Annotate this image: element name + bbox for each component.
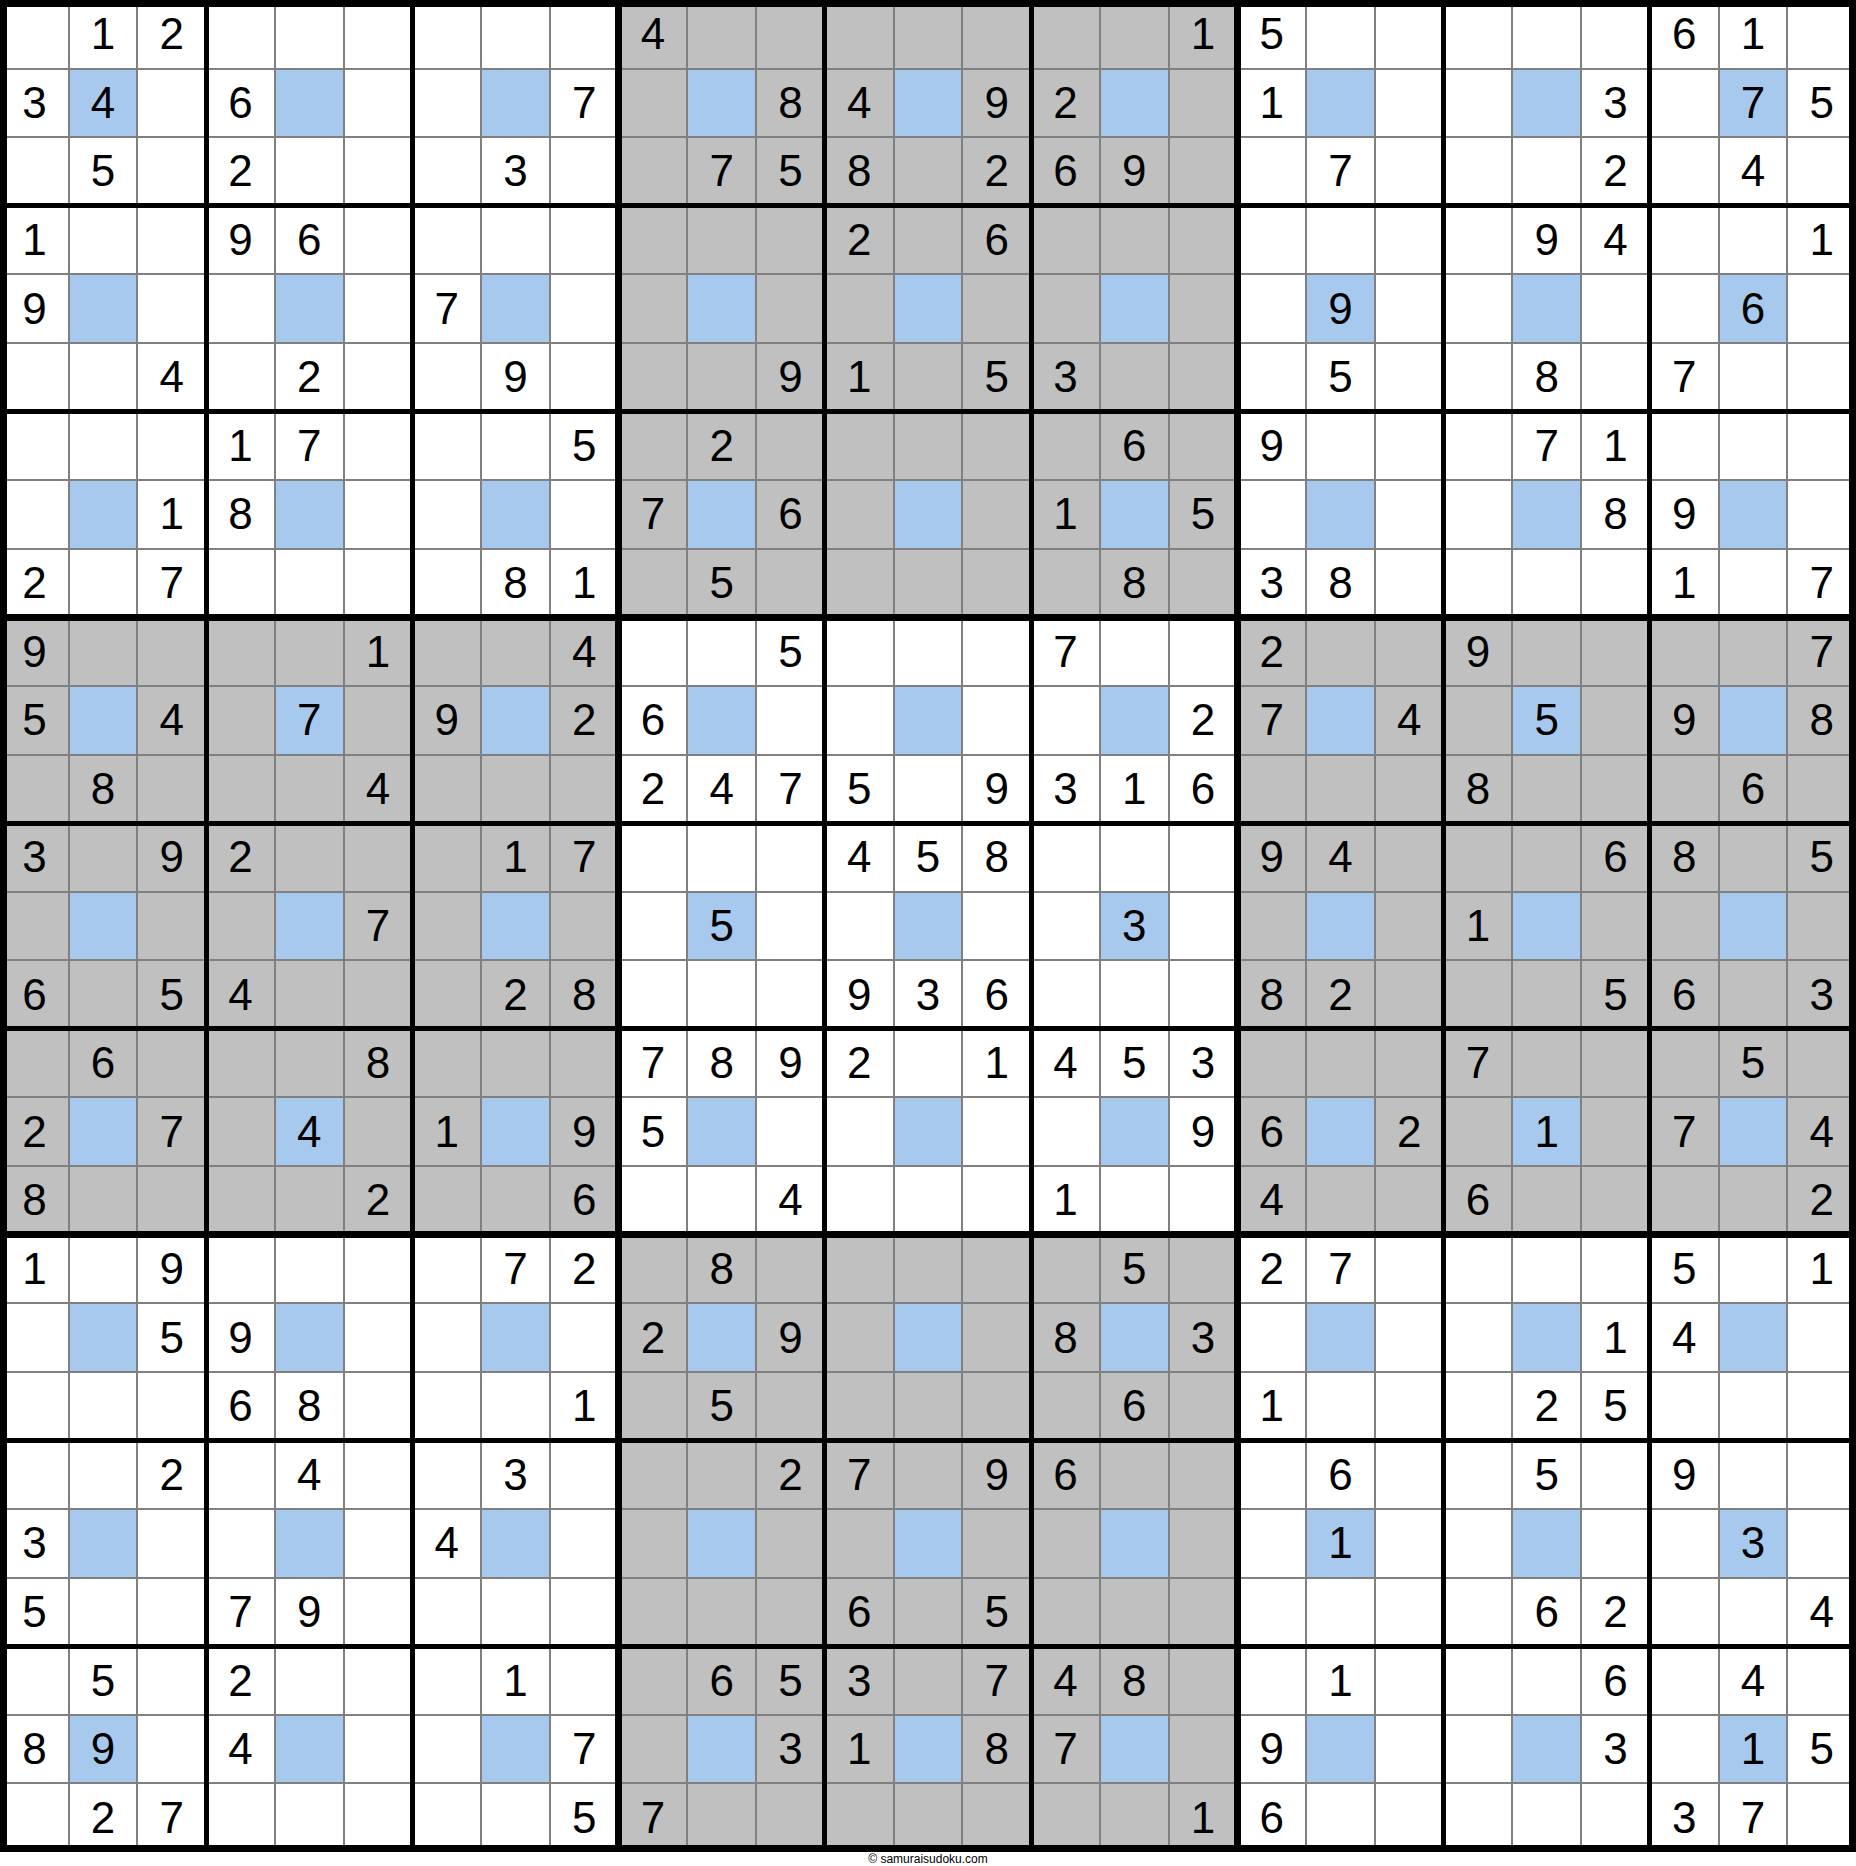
cell-r22c17[interactable] (1169, 1509, 1238, 1578)
cell-r17c26[interactable]: 2 (1787, 1166, 1856, 1235)
cell-r26c21[interactable] (1444, 1783, 1513, 1852)
cell-r12c5[interactable] (344, 823, 413, 892)
cell-r19c8[interactable] (550, 1303, 619, 1372)
cell-r12c14[interactable]: 8 (962, 823, 1031, 892)
cell-r18c6[interactable] (412, 1235, 481, 1304)
cell-r23c18[interactable] (1237, 1578, 1306, 1647)
cell-r15c16[interactable]: 5 (1100, 1029, 1169, 1098)
cell-r23c2[interactable] (137, 1578, 206, 1647)
cell-r26c10[interactable] (687, 1783, 756, 1852)
cell-r6c14[interactable] (962, 412, 1031, 481)
cell-r7c16[interactable] (1100, 480, 1169, 549)
cell-r4c18[interactable] (1237, 274, 1306, 343)
cell-r6c7[interactable] (481, 412, 550, 481)
cell-r24c17[interactable] (1169, 1646, 1238, 1715)
cell-r24c14[interactable]: 7 (962, 1646, 1031, 1715)
cell-r21c19[interactable]: 6 (1306, 1440, 1375, 1509)
cell-r12c19[interactable]: 4 (1306, 823, 1375, 892)
cell-r26c24[interactable]: 3 (1650, 1783, 1719, 1852)
cell-r21c12[interactable]: 7 (825, 1440, 894, 1509)
cell-r24c1[interactable]: 5 (69, 1646, 138, 1715)
cell-r22c2[interactable] (137, 1509, 206, 1578)
cell-r17c24[interactable] (1650, 1166, 1719, 1235)
cell-r16c16[interactable] (1100, 1097, 1169, 1166)
cell-r1c10[interactable] (687, 69, 756, 138)
cell-r11c14[interactable]: 9 (962, 755, 1031, 824)
cell-r7c2[interactable]: 1 (137, 480, 206, 549)
cell-r12c21[interactable] (1444, 823, 1513, 892)
cell-r25c6[interactable] (412, 1715, 481, 1784)
cell-r22c13[interactable] (894, 1509, 963, 1578)
cell-r19c10[interactable] (687, 1303, 756, 1372)
cell-r14c21[interactable] (1444, 960, 1513, 1029)
cell-r25c7[interactable] (481, 1715, 550, 1784)
cell-r13c25[interactable] (1719, 892, 1788, 961)
cell-r8c17[interactable] (1169, 549, 1238, 618)
cell-r5c17[interactable] (1169, 343, 1238, 412)
cell-r23c1[interactable] (69, 1578, 138, 1647)
cell-r0c6[interactable] (412, 0, 481, 69)
cell-r9c18[interactable]: 2 (1237, 617, 1306, 686)
cell-r12c2[interactable]: 9 (137, 823, 206, 892)
cell-r16c21[interactable] (1444, 1097, 1513, 1166)
cell-r18c5[interactable] (344, 1235, 413, 1304)
cell-r3c1[interactable] (69, 206, 138, 275)
cell-r23c16[interactable] (1100, 1578, 1169, 1647)
cell-r21c9[interactable] (619, 1440, 688, 1509)
cell-r24c22[interactable] (1512, 1646, 1581, 1715)
cell-r24c4[interactable] (275, 1646, 344, 1715)
cell-r25c1[interactable]: 9 (69, 1715, 138, 1784)
cell-r8c24[interactable]: 1 (1650, 549, 1719, 618)
cell-r26c20[interactable] (1375, 1783, 1444, 1852)
cell-r11c7[interactable] (481, 755, 550, 824)
cell-r18c15[interactable] (1031, 1235, 1100, 1304)
cell-r8c2[interactable]: 7 (137, 549, 206, 618)
cell-r2c12[interactable]: 8 (825, 137, 894, 206)
cell-r5c10[interactable] (687, 343, 756, 412)
cell-r20c13[interactable] (894, 1372, 963, 1441)
cell-r11c22[interactable] (1512, 755, 1581, 824)
cell-r22c1[interactable] (69, 1509, 138, 1578)
cell-r19c15[interactable]: 8 (1031, 1303, 1100, 1372)
cell-r24c12[interactable]: 3 (825, 1646, 894, 1715)
cell-r6c26[interactable] (1787, 412, 1856, 481)
cell-r26c1[interactable]: 2 (69, 1783, 138, 1852)
cell-r23c22[interactable]: 6 (1512, 1578, 1581, 1647)
cell-r4c9[interactable] (619, 274, 688, 343)
cell-r23c3[interactable]: 7 (206, 1578, 275, 1647)
cell-r10c0[interactable]: 5 (0, 686, 69, 755)
cell-r2c14[interactable]: 2 (962, 137, 1031, 206)
cell-r3c11[interactable] (756, 206, 825, 275)
cell-r0c1[interactable]: 1 (69, 0, 138, 69)
cell-r15c25[interactable]: 5 (1719, 1029, 1788, 1098)
cell-r8c16[interactable]: 8 (1100, 549, 1169, 618)
cell-r9c14[interactable] (962, 617, 1031, 686)
cell-r24c8[interactable] (550, 1646, 619, 1715)
cell-r5c19[interactable]: 5 (1306, 343, 1375, 412)
cell-r12c9[interactable] (619, 823, 688, 892)
cell-r3c12[interactable]: 2 (825, 206, 894, 275)
cell-r9c10[interactable] (687, 617, 756, 686)
cell-r2c24[interactable] (1650, 137, 1719, 206)
cell-r13c20[interactable] (1375, 892, 1444, 961)
cell-r2c7[interactable]: 3 (481, 137, 550, 206)
cell-r0c14[interactable] (962, 0, 1031, 69)
cell-r24c26[interactable] (1787, 1646, 1856, 1715)
cell-r2c1[interactable]: 5 (69, 137, 138, 206)
cell-r26c17[interactable]: 1 (1169, 1783, 1238, 1852)
cell-r1c25[interactable]: 7 (1719, 69, 1788, 138)
cell-r11c21[interactable]: 8 (1444, 755, 1513, 824)
cell-r5c21[interactable] (1444, 343, 1513, 412)
cell-r25c5[interactable] (344, 1715, 413, 1784)
cell-r16c4[interactable]: 4 (275, 1097, 344, 1166)
cell-r3c3[interactable]: 9 (206, 206, 275, 275)
cell-r24c19[interactable]: 1 (1306, 1646, 1375, 1715)
cell-r24c16[interactable]: 8 (1100, 1646, 1169, 1715)
cell-r18c2[interactable]: 9 (137, 1235, 206, 1304)
cell-r15c19[interactable] (1306, 1029, 1375, 1098)
cell-r16c26[interactable]: 4 (1787, 1097, 1856, 1166)
cell-r19c26[interactable] (1787, 1303, 1856, 1372)
cell-r7c0[interactable] (0, 480, 69, 549)
cell-r15c14[interactable]: 1 (962, 1029, 1031, 1098)
cell-r2c16[interactable]: 9 (1100, 137, 1169, 206)
cell-r25c18[interactable]: 9 (1237, 1715, 1306, 1784)
cell-r23c17[interactable] (1169, 1578, 1238, 1647)
cell-r18c13[interactable] (894, 1235, 963, 1304)
cell-r22c15[interactable] (1031, 1509, 1100, 1578)
cell-r17c7[interactable] (481, 1166, 550, 1235)
cell-r19c1[interactable] (69, 1303, 138, 1372)
cell-r9c9[interactable] (619, 617, 688, 686)
cell-r14c26[interactable]: 3 (1787, 960, 1856, 1029)
cell-r2c5[interactable] (344, 137, 413, 206)
cell-r20c26[interactable] (1787, 1372, 1856, 1441)
cell-r22c4[interactable] (275, 1509, 344, 1578)
cell-r17c16[interactable] (1100, 1166, 1169, 1235)
cell-r16c11[interactable] (756, 1097, 825, 1166)
cell-r17c13[interactable] (894, 1166, 963, 1235)
cell-r19c21[interactable] (1444, 1303, 1513, 1372)
cell-r1c6[interactable] (412, 69, 481, 138)
cell-r11c13[interactable] (894, 755, 963, 824)
cell-r0c25[interactable]: 1 (1719, 0, 1788, 69)
cell-r21c22[interactable]: 5 (1512, 1440, 1581, 1509)
cell-r23c24[interactable] (1650, 1578, 1719, 1647)
cell-r8c20[interactable] (1375, 549, 1444, 618)
cell-r22c14[interactable] (962, 1509, 1031, 1578)
cell-r8c9[interactable] (619, 549, 688, 618)
cell-r16c14[interactable] (962, 1097, 1031, 1166)
cell-r23c13[interactable] (894, 1578, 963, 1647)
cell-r3c8[interactable] (550, 206, 619, 275)
cell-r9c24[interactable] (1650, 617, 1719, 686)
cell-r2c11[interactable]: 5 (756, 137, 825, 206)
cell-r5c2[interactable]: 4 (137, 343, 206, 412)
cell-r4c26[interactable] (1787, 274, 1856, 343)
cell-r14c4[interactable] (275, 960, 344, 1029)
cell-r18c25[interactable] (1719, 1235, 1788, 1304)
cell-r6c19[interactable] (1306, 412, 1375, 481)
cell-r8c7[interactable]: 8 (481, 549, 550, 618)
cell-r12c4[interactable] (275, 823, 344, 892)
cell-r14c11[interactable] (756, 960, 825, 1029)
cell-r10c26[interactable]: 8 (1787, 686, 1856, 755)
cell-r3c21[interactable] (1444, 206, 1513, 275)
cell-r13c1[interactable] (69, 892, 138, 961)
cell-r8c22[interactable] (1512, 549, 1581, 618)
cell-r19c2[interactable]: 5 (137, 1303, 206, 1372)
cell-r13c5[interactable]: 7 (344, 892, 413, 961)
cell-r26c2[interactable]: 7 (137, 1783, 206, 1852)
cell-r24c24[interactable] (1650, 1646, 1719, 1715)
cell-r8c0[interactable]: 2 (0, 549, 69, 618)
cell-r22c9[interactable] (619, 1509, 688, 1578)
cell-r12c7[interactable]: 1 (481, 823, 550, 892)
cell-r26c7[interactable] (481, 1783, 550, 1852)
cell-r24c25[interactable]: 4 (1719, 1646, 1788, 1715)
cell-r5c12[interactable]: 1 (825, 343, 894, 412)
cell-r7c15[interactable]: 1 (1031, 480, 1100, 549)
cell-r6c12[interactable] (825, 412, 894, 481)
cell-r1c23[interactable]: 3 (1581, 69, 1650, 138)
cell-r2c10[interactable]: 7 (687, 137, 756, 206)
cell-r2c26[interactable] (1787, 137, 1856, 206)
cell-r3c23[interactable]: 4 (1581, 206, 1650, 275)
cell-r10c21[interactable] (1444, 686, 1513, 755)
cell-r3c18[interactable] (1237, 206, 1306, 275)
cell-r3c16[interactable] (1100, 206, 1169, 275)
cell-r21c21[interactable] (1444, 1440, 1513, 1509)
cell-r17c3[interactable] (206, 1166, 275, 1235)
cell-r15c5[interactable]: 8 (344, 1029, 413, 1098)
cell-r5c22[interactable]: 8 (1512, 343, 1581, 412)
cell-r18c24[interactable]: 5 (1650, 1235, 1719, 1304)
cell-r11c24[interactable] (1650, 755, 1719, 824)
cell-r9c0[interactable]: 9 (0, 617, 69, 686)
cell-r4c13[interactable] (894, 274, 963, 343)
cell-r17c20[interactable] (1375, 1166, 1444, 1235)
cell-r3c13[interactable] (894, 206, 963, 275)
cell-r8c14[interactable] (962, 549, 1031, 618)
cell-r18c26[interactable]: 1 (1787, 1235, 1856, 1304)
cell-r19c16[interactable] (1100, 1303, 1169, 1372)
cell-r16c15[interactable] (1031, 1097, 1100, 1166)
cell-r1c26[interactable]: 5 (1787, 69, 1856, 138)
cell-r6c6[interactable] (412, 412, 481, 481)
cell-r4c10[interactable] (687, 274, 756, 343)
cell-r19c5[interactable] (344, 1303, 413, 1372)
cell-r0c2[interactable]: 2 (137, 0, 206, 69)
cell-r6c0[interactable] (0, 412, 69, 481)
cell-r5c25[interactable] (1719, 343, 1788, 412)
cell-r6c2[interactable] (137, 412, 206, 481)
cell-r23c11[interactable] (756, 1578, 825, 1647)
cell-r17c18[interactable]: 4 (1237, 1166, 1306, 1235)
cell-r18c22[interactable] (1512, 1235, 1581, 1304)
cell-r8c6[interactable] (412, 549, 481, 618)
cell-r10c8[interactable]: 2 (550, 686, 619, 755)
cell-r16c17[interactable]: 9 (1169, 1097, 1238, 1166)
cell-r7c1[interactable] (69, 480, 138, 549)
cell-r20c19[interactable] (1306, 1372, 1375, 1441)
cell-r2c18[interactable] (1237, 137, 1306, 206)
cell-r2c4[interactable] (275, 137, 344, 206)
cell-r1c12[interactable]: 4 (825, 69, 894, 138)
cell-r12c6[interactable] (412, 823, 481, 892)
cell-r18c18[interactable]: 2 (1237, 1235, 1306, 1304)
cell-r22c16[interactable] (1100, 1509, 1169, 1578)
cell-r10c9[interactable]: 6 (619, 686, 688, 755)
cell-r9c2[interactable] (137, 617, 206, 686)
cell-r7c9[interactable]: 7 (619, 480, 688, 549)
cell-r26c11[interactable] (756, 1783, 825, 1852)
cell-r4c15[interactable] (1031, 274, 1100, 343)
cell-r21c17[interactable] (1169, 1440, 1238, 1509)
cell-r26c22[interactable] (1512, 1783, 1581, 1852)
cell-r22c3[interactable] (206, 1509, 275, 1578)
cell-r0c10[interactable] (687, 0, 756, 69)
cell-r7c10[interactable] (687, 480, 756, 549)
cell-r10c11[interactable] (756, 686, 825, 755)
cell-r22c23[interactable] (1581, 1509, 1650, 1578)
cell-r15c23[interactable] (1581, 1029, 1650, 1098)
cell-r19c20[interactable] (1375, 1303, 1444, 1372)
cell-r10c5[interactable] (344, 686, 413, 755)
cell-r7c7[interactable] (481, 480, 550, 549)
cell-r21c6[interactable] (412, 1440, 481, 1509)
cell-r11c1[interactable]: 8 (69, 755, 138, 824)
cell-r17c5[interactable]: 2 (344, 1166, 413, 1235)
cell-r11c0[interactable] (0, 755, 69, 824)
cell-r12c8[interactable]: 7 (550, 823, 619, 892)
cell-r11c6[interactable] (412, 755, 481, 824)
cell-r11c11[interactable]: 7 (756, 755, 825, 824)
cell-r20c0[interactable] (0, 1372, 69, 1441)
cell-r17c6[interactable] (412, 1166, 481, 1235)
cell-r3c15[interactable] (1031, 206, 1100, 275)
cell-r4c21[interactable] (1444, 274, 1513, 343)
cell-r12c24[interactable]: 8 (1650, 823, 1719, 892)
cell-r6c18[interactable]: 9 (1237, 412, 1306, 481)
cell-r20c7[interactable] (481, 1372, 550, 1441)
cell-r15c18[interactable] (1237, 1029, 1306, 1098)
cell-r0c16[interactable] (1100, 0, 1169, 69)
cell-r4c19[interactable]: 9 (1306, 274, 1375, 343)
cell-r24c11[interactable]: 5 (756, 1646, 825, 1715)
cell-r20c10[interactable]: 5 (687, 1372, 756, 1441)
cell-r17c17[interactable] (1169, 1166, 1238, 1235)
cell-r8c21[interactable] (1444, 549, 1513, 618)
cell-r19c9[interactable]: 2 (619, 1303, 688, 1372)
cell-r21c3[interactable] (206, 1440, 275, 1509)
cell-r24c10[interactable]: 6 (687, 1646, 756, 1715)
cell-r4c24[interactable] (1650, 274, 1719, 343)
cell-r22c5[interactable] (344, 1509, 413, 1578)
cell-r18c14[interactable] (962, 1235, 1031, 1304)
cell-r21c23[interactable] (1581, 1440, 1650, 1509)
cell-r25c21[interactable] (1444, 1715, 1513, 1784)
cell-r17c1[interactable] (69, 1166, 138, 1235)
cell-r21c11[interactable]: 2 (756, 1440, 825, 1509)
cell-r11c25[interactable]: 6 (1719, 755, 1788, 824)
cell-r13c24[interactable] (1650, 892, 1719, 961)
cell-r7c13[interactable] (894, 480, 963, 549)
cell-r2c0[interactable] (0, 137, 69, 206)
cell-r11c23[interactable] (1581, 755, 1650, 824)
cell-r5c14[interactable]: 5 (962, 343, 1031, 412)
cell-r5c23[interactable] (1581, 343, 1650, 412)
cell-r25c10[interactable] (687, 1715, 756, 1784)
cell-r26c13[interactable] (894, 1783, 963, 1852)
cell-r0c21[interactable] (1444, 0, 1513, 69)
cell-r24c5[interactable] (344, 1646, 413, 1715)
cell-r26c8[interactable]: 5 (550, 1783, 619, 1852)
cell-r25c9[interactable] (619, 1715, 688, 1784)
cell-r19c19[interactable] (1306, 1303, 1375, 1372)
cell-r24c2[interactable] (137, 1646, 206, 1715)
cell-r13c12[interactable] (825, 892, 894, 961)
cell-r14c0[interactable]: 6 (0, 960, 69, 1029)
cell-r3c24[interactable] (1650, 206, 1719, 275)
cell-r10c3[interactable] (206, 686, 275, 755)
cell-r18c3[interactable] (206, 1235, 275, 1304)
cell-r6c5[interactable] (344, 412, 413, 481)
cell-r21c24[interactable]: 9 (1650, 1440, 1719, 1509)
cell-r20c8[interactable]: 1 (550, 1372, 619, 1441)
cell-r6c8[interactable]: 5 (550, 412, 619, 481)
cell-r22c18[interactable] (1237, 1509, 1306, 1578)
cell-r26c19[interactable] (1306, 1783, 1375, 1852)
cell-r21c14[interactable]: 9 (962, 1440, 1031, 1509)
cell-r25c23[interactable]: 3 (1581, 1715, 1650, 1784)
cell-r11c18[interactable] (1237, 755, 1306, 824)
cell-r6c24[interactable] (1650, 412, 1719, 481)
cell-r9c16[interactable] (1100, 617, 1169, 686)
cell-r0c11[interactable] (756, 0, 825, 69)
cell-r4c0[interactable]: 9 (0, 274, 69, 343)
cell-r1c2[interactable] (137, 69, 206, 138)
cell-r0c22[interactable] (1512, 0, 1581, 69)
cell-r21c16[interactable] (1100, 1440, 1169, 1509)
cell-r4c3[interactable] (206, 274, 275, 343)
cell-r1c8[interactable]: 7 (550, 69, 619, 138)
cell-r1c13[interactable] (894, 69, 963, 138)
cell-r8c23[interactable] (1581, 549, 1650, 618)
cell-r10c22[interactable]: 5 (1512, 686, 1581, 755)
cell-r15c13[interactable] (894, 1029, 963, 1098)
cell-r10c13[interactable] (894, 686, 963, 755)
cell-r26c12[interactable] (825, 1783, 894, 1852)
cell-r15c21[interactable]: 7 (1444, 1029, 1513, 1098)
cell-r22c6[interactable]: 4 (412, 1509, 481, 1578)
cell-r22c11[interactable] (756, 1509, 825, 1578)
cell-r4c17[interactable] (1169, 274, 1238, 343)
cell-r15c11[interactable]: 9 (756, 1029, 825, 1098)
cell-r20c21[interactable] (1444, 1372, 1513, 1441)
cell-r10c25[interactable] (1719, 686, 1788, 755)
cell-r22c7[interactable] (481, 1509, 550, 1578)
cell-r16c3[interactable] (206, 1097, 275, 1166)
cell-r2c9[interactable] (619, 137, 688, 206)
cell-r18c10[interactable]: 8 (687, 1235, 756, 1304)
cell-r20c12[interactable] (825, 1372, 894, 1441)
cell-r18c23[interactable] (1581, 1235, 1650, 1304)
cell-r14c22[interactable] (1512, 960, 1581, 1029)
